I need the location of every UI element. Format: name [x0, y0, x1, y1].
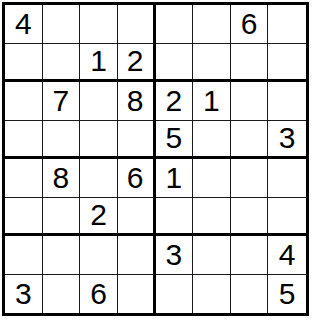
- cell-r1c3[interactable]: [80, 5, 118, 44]
- cell-r5c4[interactable]: 6: [118, 159, 156, 198]
- cell-r6c2[interactable]: [43, 198, 81, 237]
- cell-r2c1[interactable]: [5, 44, 43, 83]
- cell-r5c2[interactable]: 8: [43, 159, 81, 198]
- cell-r5c7[interactable]: [231, 159, 269, 198]
- cell-r1c2[interactable]: [43, 5, 81, 44]
- cell-r3c4[interactable]: 8: [118, 82, 156, 121]
- cell-r3c6[interactable]: 1: [193, 82, 231, 121]
- cell-r5c8[interactable]: [268, 159, 306, 198]
- cell-r3c1[interactable]: [5, 82, 43, 121]
- cell-r2c6[interactable]: [193, 44, 231, 83]
- cell-r7c8[interactable]: 4: [268, 236, 306, 275]
- cell-r4c6[interactable]: [193, 121, 231, 160]
- cell-r1c4[interactable]: [118, 5, 156, 44]
- cell-r1c6[interactable]: [193, 5, 231, 44]
- cell-r3c5[interactable]: 2: [156, 82, 194, 121]
- cell-r4c4[interactable]: [118, 121, 156, 160]
- cell-r2c7[interactable]: [231, 44, 269, 83]
- cell-r2c8[interactable]: [268, 44, 306, 83]
- cell-r3c8[interactable]: [268, 82, 306, 121]
- cell-r4c5[interactable]: 5: [156, 121, 194, 160]
- cell-r6c3[interactable]: 2: [80, 198, 118, 237]
- cell-r8c7[interactable]: [231, 275, 269, 314]
- cell-r3c3[interactable]: [80, 82, 118, 121]
- cell-r2c4[interactable]: 2: [118, 44, 156, 83]
- cell-r4c7[interactable]: [231, 121, 269, 160]
- cell-r7c4[interactable]: [118, 236, 156, 275]
- cell-r6c6[interactable]: [193, 198, 231, 237]
- cell-r8c6[interactable]: [193, 275, 231, 314]
- cell-r1c7[interactable]: 6: [231, 5, 269, 44]
- cell-r8c3[interactable]: 6: [80, 275, 118, 314]
- cell-r5c1[interactable]: [5, 159, 43, 198]
- cell-r5c6[interactable]: [193, 159, 231, 198]
- cell-r8c1[interactable]: 3: [5, 275, 43, 314]
- cell-r7c1[interactable]: [5, 236, 43, 275]
- cell-r6c7[interactable]: [231, 198, 269, 237]
- sudoku-board: 4612782153861234365: [2, 2, 309, 316]
- cell-r4c1[interactable]: [5, 121, 43, 160]
- cell-r1c1[interactable]: 4: [5, 5, 43, 44]
- cell-r7c3[interactable]: [80, 236, 118, 275]
- cell-r4c2[interactable]: [43, 121, 81, 160]
- cell-r6c4[interactable]: [118, 198, 156, 237]
- cell-r8c2[interactable]: [43, 275, 81, 314]
- cell-r4c8[interactable]: 3: [268, 121, 306, 160]
- cell-r2c2[interactable]: [43, 44, 81, 83]
- cell-r4c3[interactable]: [80, 121, 118, 160]
- cell-r8c4[interactable]: [118, 275, 156, 314]
- cell-r8c5[interactable]: [156, 275, 194, 314]
- cell-r7c6[interactable]: [193, 236, 231, 275]
- cell-r7c7[interactable]: [231, 236, 269, 275]
- cell-r6c1[interactable]: [5, 198, 43, 237]
- cell-r6c8[interactable]: [268, 198, 306, 237]
- cell-r5c5[interactable]: 1: [156, 159, 194, 198]
- cell-r1c8[interactable]: [268, 5, 306, 44]
- cell-r7c5[interactable]: 3: [156, 236, 194, 275]
- cell-r5c3[interactable]: [80, 159, 118, 198]
- cell-r7c2[interactable]: [43, 236, 81, 275]
- cell-r2c3[interactable]: 1: [80, 44, 118, 83]
- cell-r8c8[interactable]: 5: [268, 275, 306, 314]
- cell-r3c7[interactable]: [231, 82, 269, 121]
- cell-r2c5[interactable]: [156, 44, 194, 83]
- cell-r6c5[interactable]: [156, 198, 194, 237]
- cell-r1c5[interactable]: [156, 5, 194, 44]
- cell-r3c2[interactable]: 7: [43, 82, 81, 121]
